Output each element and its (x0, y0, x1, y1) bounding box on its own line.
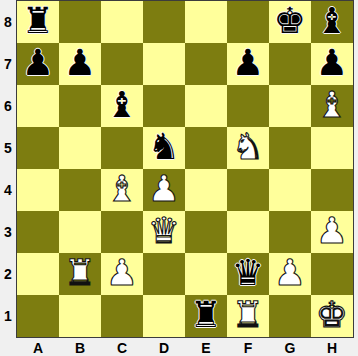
piece-white-bishop-h6[interactable]: ♝ (316, 87, 348, 123)
square-g5[interactable] (269, 127, 311, 169)
rank-label-1: 1 (0, 295, 16, 337)
square-f1[interactable]: ♜ (227, 295, 269, 337)
square-g6[interactable] (269, 85, 311, 127)
rank-label-4: 4 (0, 169, 16, 211)
piece-white-pawn-g2[interactable]: ♟ (274, 255, 306, 291)
piece-black-pawn-a7[interactable]: ♟ (22, 45, 54, 81)
square-d8[interactable] (143, 1, 185, 43)
rank-label-3: 3 (0, 211, 16, 253)
square-a1[interactable] (17, 295, 59, 337)
piece-white-queen-d3[interactable]: ♛ (148, 213, 180, 249)
piece-white-pawn-h3[interactable]: ♟ (316, 213, 348, 249)
square-g8[interactable]: ♚ (269, 1, 311, 43)
rank-label-7: 7 (0, 43, 16, 85)
square-a2[interactable] (17, 253, 59, 295)
chess-board[interactable]: ♜♚♝♟♟♟♟♝♝♞♞♝♟♛♟♜♟♛♟♜♜♚ (16, 0, 354, 338)
square-h8[interactable]: ♝ (311, 1, 353, 43)
piece-black-king-g8[interactable]: ♚ (274, 3, 306, 39)
rank-label-5: 5 (0, 127, 16, 169)
square-b5[interactable] (59, 127, 101, 169)
rank-label-8: 8 (0, 1, 16, 43)
square-a5[interactable] (17, 127, 59, 169)
square-b4[interactable] (59, 169, 101, 211)
rank-labels: 87654321 (0, 1, 16, 337)
piece-black-rook-a8[interactable]: ♜ (22, 3, 54, 39)
piece-black-rook-e1[interactable]: ♜ (190, 297, 222, 333)
square-c5[interactable] (101, 127, 143, 169)
square-f8[interactable] (227, 1, 269, 43)
square-f6[interactable] (227, 85, 269, 127)
file-label-e: E (185, 339, 227, 356)
piece-black-pawn-h7[interactable]: ♟ (316, 45, 348, 81)
square-c4[interactable]: ♝ (101, 169, 143, 211)
piece-white-rook-f1[interactable]: ♜ (232, 297, 264, 333)
square-h5[interactable] (311, 127, 353, 169)
square-f3[interactable] (227, 211, 269, 253)
piece-black-queen-f2[interactable]: ♛ (232, 255, 264, 291)
file-label-g: G (269, 339, 311, 356)
file-label-h: H (311, 339, 353, 356)
square-d1[interactable] (143, 295, 185, 337)
piece-white-king-h1[interactable]: ♚ (316, 297, 348, 333)
piece-black-bishop-h8[interactable]: ♝ (316, 3, 348, 39)
square-f4[interactable] (227, 169, 269, 211)
file-label-c: C (101, 339, 143, 356)
square-h7[interactable]: ♟ (311, 43, 353, 85)
piece-black-knight-d5[interactable]: ♞ (148, 129, 180, 165)
square-e2[interactable] (185, 253, 227, 295)
square-c6[interactable]: ♝ (101, 85, 143, 127)
square-a8[interactable]: ♜ (17, 1, 59, 43)
piece-black-bishop-c6[interactable]: ♝ (106, 87, 138, 123)
square-c8[interactable] (101, 1, 143, 43)
square-c2[interactable]: ♟ (101, 253, 143, 295)
piece-black-pawn-f7[interactable]: ♟ (232, 45, 264, 81)
square-h3[interactable]: ♟ (311, 211, 353, 253)
square-d7[interactable] (143, 43, 185, 85)
square-e7[interactable] (185, 43, 227, 85)
square-a4[interactable] (17, 169, 59, 211)
square-d4[interactable]: ♟ (143, 169, 185, 211)
square-g7[interactable] (269, 43, 311, 85)
square-g4[interactable] (269, 169, 311, 211)
square-e1[interactable]: ♜ (185, 295, 227, 337)
piece-white-bishop-c4[interactable]: ♝ (106, 171, 138, 207)
file-labels: ABCDEFGH (17, 339, 353, 356)
piece-white-rook-b2[interactable]: ♜ (64, 255, 96, 291)
square-h6[interactable]: ♝ (311, 85, 353, 127)
chess-diagram: 87654321 ♜♚♝♟♟♟♟♝♝♞♞♝♟♛♟♜♟♛♟♜♜♚ ABCDEFGH (0, 0, 358, 356)
square-c1[interactable] (101, 295, 143, 337)
piece-white-knight-f5[interactable]: ♞ (232, 129, 264, 165)
file-label-d: D (143, 339, 185, 356)
square-g3[interactable] (269, 211, 311, 253)
file-label-b: B (59, 339, 101, 356)
square-d3[interactable]: ♛ (143, 211, 185, 253)
square-a6[interactable] (17, 85, 59, 127)
square-e8[interactable] (185, 1, 227, 43)
piece-white-pawn-d4[interactable]: ♟ (148, 171, 180, 207)
square-e3[interactable] (185, 211, 227, 253)
square-d6[interactable] (143, 85, 185, 127)
square-d2[interactable] (143, 253, 185, 295)
rank-label-2: 2 (0, 253, 16, 295)
square-c7[interactable] (101, 43, 143, 85)
square-g1[interactable] (269, 295, 311, 337)
square-d5[interactable]: ♞ (143, 127, 185, 169)
file-label-f: F (227, 339, 269, 356)
piece-black-pawn-b7[interactable]: ♟ (64, 45, 96, 81)
square-a7[interactable]: ♟ (17, 43, 59, 85)
square-g2[interactable]: ♟ (269, 253, 311, 295)
square-b3[interactable] (59, 211, 101, 253)
square-e5[interactable] (185, 127, 227, 169)
square-b1[interactable] (59, 295, 101, 337)
square-b8[interactable] (59, 1, 101, 43)
square-a3[interactable] (17, 211, 59, 253)
square-b7[interactable]: ♟ (59, 43, 101, 85)
square-e4[interactable] (185, 169, 227, 211)
square-f5[interactable]: ♞ (227, 127, 269, 169)
square-f7[interactable]: ♟ (227, 43, 269, 85)
file-label-a: A (17, 339, 59, 356)
rank-label-6: 6 (0, 85, 16, 127)
square-c3[interactable] (101, 211, 143, 253)
square-h1[interactable]: ♚ (311, 295, 353, 337)
square-b2[interactable]: ♜ (59, 253, 101, 295)
piece-white-pawn-c2[interactable]: ♟ (106, 255, 138, 291)
square-h4[interactable] (311, 169, 353, 211)
square-h2[interactable] (311, 253, 353, 295)
square-e6[interactable] (185, 85, 227, 127)
square-f2[interactable]: ♛ (227, 253, 269, 295)
square-b6[interactable] (59, 85, 101, 127)
